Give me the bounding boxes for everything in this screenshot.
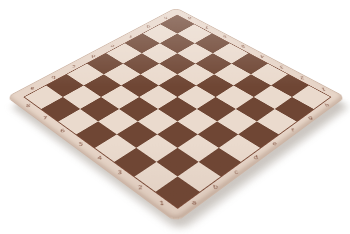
coord-file-h-top: h xyxy=(163,16,167,19)
coord-rank-8-right: 8 xyxy=(187,16,191,19)
coord-file-e-bottom: e xyxy=(271,142,277,147)
coord-file-g-bottom: g xyxy=(307,116,313,120)
coord-file-b-bottom: b xyxy=(212,185,218,191)
coord-file-c-bottom: c xyxy=(233,170,238,175)
coord-rank-6-right: 6 xyxy=(221,35,225,38)
coord-file-h-bottom: h xyxy=(324,103,330,107)
coord-file-f-top: f xyxy=(129,35,131,38)
coord-rank-7-left: 7 xyxy=(42,116,47,120)
coord-rank-4-left: 4 xyxy=(97,155,102,160)
coord-file-a-top: a xyxy=(29,87,33,91)
coord-rank-7-right: 7 xyxy=(204,25,208,28)
coord-rank-6-left: 6 xyxy=(60,128,65,133)
coord-rank-5-right: 5 xyxy=(240,44,245,48)
coord-file-c-top: c xyxy=(71,65,75,69)
coord-rank-3-left: 3 xyxy=(116,170,121,175)
coord-rank-1-left: 1 xyxy=(158,200,163,206)
coord-file-e-top: e xyxy=(110,44,114,48)
board-grid xyxy=(23,15,331,209)
coord-file-d-top: d xyxy=(91,54,95,58)
coord-rank-4-right: 4 xyxy=(259,54,264,58)
coord-rank-2-left: 2 xyxy=(137,185,142,191)
coord-file-b-top: b xyxy=(50,75,54,79)
coord-file-f-bottom: f xyxy=(290,128,294,133)
board-photo-scene: aabbccddeeffgghh1122334455667788 xyxy=(0,0,350,234)
coord-rank-3-right: 3 xyxy=(278,65,283,69)
chessboard: aabbccddeeffgghh1122334455667788 xyxy=(6,7,345,222)
coord-rank-2-right: 2 xyxy=(299,75,304,79)
coord-rank-5-left: 5 xyxy=(78,142,83,147)
coord-file-a-bottom: a xyxy=(191,200,196,206)
coord-file-d-bottom: d xyxy=(252,155,258,160)
coord-rank-8-left: 8 xyxy=(25,103,30,107)
coord-file-g-top: g xyxy=(146,25,150,28)
